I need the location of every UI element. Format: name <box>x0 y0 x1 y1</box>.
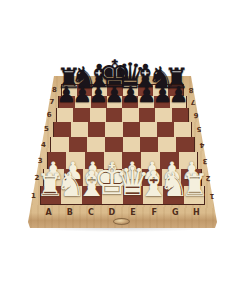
square-c2 <box>83 169 103 187</box>
rank-label-right-2: 2 <box>206 174 211 182</box>
square-g6 <box>155 108 171 122</box>
square-d2 <box>103 169 123 187</box>
square-e7 <box>122 96 138 109</box>
rank-label-right-5: 5 <box>196 125 201 133</box>
square-b4 <box>69 137 87 153</box>
rank-row-4 <box>50 137 195 153</box>
square-g7 <box>154 96 170 109</box>
rank-label-left-4: 4 <box>41 141 46 149</box>
square-c8 <box>92 85 107 96</box>
front-latch-icon <box>113 218 130 225</box>
square-g2 <box>162 169 182 187</box>
square-h7 <box>170 96 186 109</box>
square-a8 <box>62 85 77 96</box>
square-e1 <box>123 186 143 204</box>
square-g1 <box>163 186 183 204</box>
square-f2 <box>142 169 162 187</box>
square-c5 <box>88 122 105 137</box>
square-d7 <box>107 96 123 109</box>
rank-label-right-8: 8 <box>188 86 193 94</box>
square-c1 <box>82 186 102 204</box>
rank-row-2 <box>43 169 201 187</box>
rank-row-3 <box>47 152 198 169</box>
square-g8 <box>153 85 168 96</box>
square-d3 <box>104 152 123 169</box>
square-d6 <box>106 108 122 122</box>
square-a7 <box>59 96 75 109</box>
square-d5 <box>105 122 122 137</box>
square-f4 <box>140 137 158 153</box>
square-e3 <box>122 152 141 169</box>
square-a4 <box>51 137 69 153</box>
square-h6 <box>172 108 188 122</box>
square-e6 <box>122 108 138 122</box>
rank-label-right-7: 7 <box>191 98 196 106</box>
square-e2 <box>122 169 142 187</box>
rank-label-right-1: 1 <box>209 192 214 200</box>
square-a1 <box>41 186 61 204</box>
square-f8 <box>138 85 153 96</box>
rank-row-6 <box>56 108 189 122</box>
rank-label-right-6: 6 <box>193 111 198 119</box>
square-e8 <box>123 85 138 96</box>
square-c7 <box>91 96 107 109</box>
square-g4 <box>158 137 176 153</box>
square-f7 <box>138 96 154 109</box>
file-label-h: H <box>193 208 200 217</box>
square-e4 <box>123 137 141 153</box>
rank-label-right-3: 3 <box>202 157 207 165</box>
square-b5 <box>71 122 88 137</box>
rank-label-left-6: 6 <box>47 111 52 119</box>
square-g5 <box>157 122 174 137</box>
file-label-d: D <box>109 208 116 217</box>
rank-label-left-1: 1 <box>31 192 36 200</box>
file-label-c: C <box>88 208 94 217</box>
rank-label-left-2: 2 <box>34 174 39 182</box>
square-h1 <box>184 186 204 204</box>
square-h3 <box>179 152 198 169</box>
square-a3 <box>48 152 67 169</box>
square-f3 <box>141 152 160 169</box>
rank-row-1 <box>40 186 205 205</box>
square-c3 <box>85 152 104 169</box>
square-b6 <box>73 108 89 122</box>
square-b8 <box>77 85 92 96</box>
square-c6 <box>90 108 106 122</box>
square-b3 <box>66 152 85 169</box>
file-label-f: F <box>151 208 156 217</box>
rank-label-left-3: 3 <box>38 157 43 165</box>
square-b7 <box>75 96 91 109</box>
square-d8 <box>107 85 122 96</box>
rank-row-7 <box>58 96 186 109</box>
square-h5 <box>174 122 191 137</box>
square-f6 <box>139 108 155 122</box>
square-c4 <box>87 137 105 153</box>
file-label-b: B <box>67 208 73 217</box>
square-h8 <box>168 85 183 96</box>
square-a2 <box>44 169 64 187</box>
square-f5 <box>140 122 157 137</box>
rank-label-left-7: 7 <box>49 98 54 106</box>
rank-row-8 <box>61 84 184 96</box>
square-b1 <box>61 186 81 204</box>
square-g3 <box>160 152 179 169</box>
rank-label-right-4: 4 <box>199 141 204 149</box>
square-d1 <box>102 186 122 204</box>
square-h2 <box>181 169 201 187</box>
rank-label-left-5: 5 <box>44 125 49 133</box>
file-label-g: G <box>172 208 179 217</box>
rank-row-5 <box>53 122 192 137</box>
square-f1 <box>143 186 163 204</box>
square-h4 <box>176 137 194 153</box>
square-b2 <box>64 169 84 187</box>
rank-label-left-8: 8 <box>52 86 57 94</box>
file-label-e: E <box>130 208 135 217</box>
square-a5 <box>54 122 71 137</box>
square-a6 <box>57 108 73 122</box>
square-e5 <box>123 122 140 137</box>
square-d4 <box>105 137 123 153</box>
file-label-a: A <box>45 208 51 217</box>
chess-set-product-photo: ABCDEFGH8877665544332211♜♞♝♚♛♝♞♜♟♟♟♟♟♟♟♟… <box>0 0 240 303</box>
